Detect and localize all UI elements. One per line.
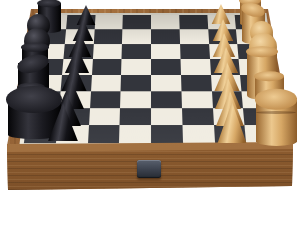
cylinder-top (255, 89, 298, 110)
square-f6 (90, 91, 121, 108)
square-a3 (179, 15, 208, 29)
square-d3 (180, 59, 210, 75)
cylinder-top (240, 1, 266, 19)
square-f3 (181, 91, 212, 108)
square-h6 (87, 125, 119, 143)
cylinder-top (246, 46, 277, 57)
square-c4 (151, 44, 180, 59)
square-e4 (151, 75, 181, 91)
white-rook-h1 (256, 98, 297, 146)
square-g4 (151, 108, 182, 125)
square-c5 (122, 44, 151, 59)
square-e5 (121, 75, 151, 91)
cylinder-top (15, 51, 51, 76)
clasp-latch (137, 160, 162, 179)
square-d4 (151, 59, 181, 75)
square-a6 (94, 15, 123, 29)
square-g5 (120, 108, 151, 125)
square-f4 (151, 91, 182, 108)
lid-rim (256, 111, 295, 114)
square-d6 (92, 59, 122, 75)
square-e6 (91, 75, 122, 91)
square-e3 (181, 75, 212, 91)
square-d5 (121, 59, 151, 75)
square-h3 (182, 125, 214, 143)
cylinder-top (37, 0, 61, 8)
square-c3 (180, 44, 210, 59)
square-b6 (93, 29, 122, 44)
cylinder-top (21, 43, 48, 52)
product-photo (0, 0, 300, 242)
square-a5 (123, 15, 151, 29)
square-f5 (120, 91, 151, 108)
square-c6 (92, 44, 122, 59)
square-g3 (182, 108, 214, 125)
square-g6 (89, 108, 121, 125)
square-b3 (179, 29, 208, 44)
square-h5 (119, 125, 151, 143)
square-a4 (151, 15, 179, 29)
square-h4 (151, 125, 183, 143)
square-b4 (151, 29, 180, 44)
cylinder-top (254, 71, 284, 81)
cylinder-top (6, 86, 61, 113)
square-b5 (122, 29, 151, 44)
